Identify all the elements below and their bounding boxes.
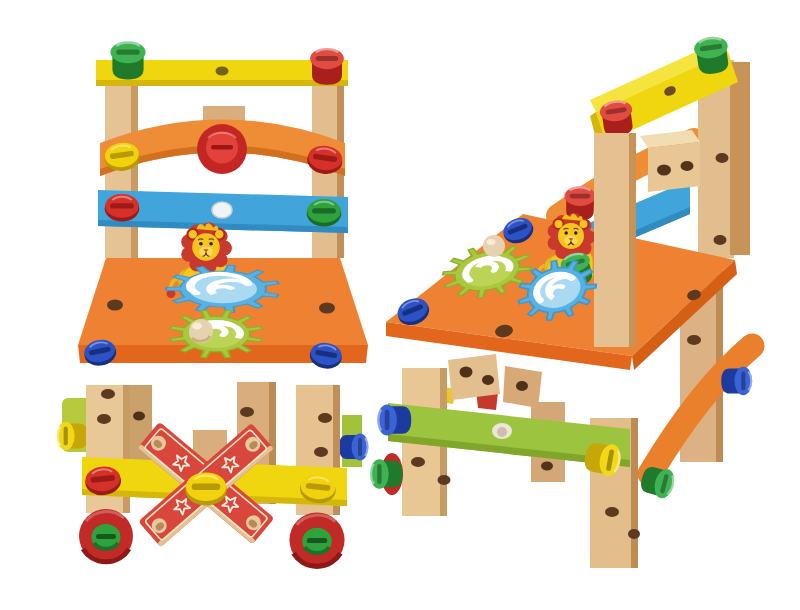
right-wheel xyxy=(289,512,344,567)
yellow-side-peg xyxy=(57,422,88,450)
left-chair-top-bar xyxy=(96,41,348,86)
stretcher-blue-bolt xyxy=(721,367,752,395)
stretcher-blue-screw xyxy=(377,404,411,435)
near-back-post xyxy=(594,133,636,347)
plank-hub-yellow-screw xyxy=(185,472,227,505)
left-wheel xyxy=(79,509,133,563)
seat-hole xyxy=(107,300,123,311)
blue-bar-green-screw xyxy=(307,199,342,227)
blue-bar-hole xyxy=(212,202,232,218)
top-bar-red-bolt xyxy=(310,48,344,85)
backrest-block xyxy=(640,130,700,192)
lime-gear xyxy=(170,310,262,358)
wooden-ball xyxy=(483,235,505,257)
disc-green-screw xyxy=(370,459,402,489)
blue-bar-red-screw xyxy=(105,194,140,222)
top-bar-green-bolt xyxy=(110,41,145,79)
under-seat-blocks xyxy=(436,354,542,410)
arch-center-knob xyxy=(197,124,247,174)
product-photo: Two views of a colourful wooden nuts-and… xyxy=(0,0,800,610)
right-chair xyxy=(370,35,752,568)
left-chair xyxy=(57,41,369,567)
wooden-ball xyxy=(189,319,213,343)
top-bar-hole xyxy=(216,67,229,76)
left-chair-blue-bar xyxy=(98,190,348,233)
toy-chairs-illustration xyxy=(0,0,800,610)
blue-side-peg xyxy=(339,434,369,461)
seat-hole xyxy=(319,303,335,314)
